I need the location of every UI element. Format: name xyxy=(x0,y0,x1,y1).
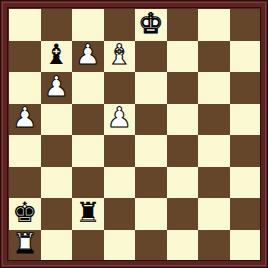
square-e5[interactable] xyxy=(135,104,167,136)
square-f3[interactable] xyxy=(167,167,199,199)
square-e2[interactable] xyxy=(135,198,167,230)
square-b6[interactable]: ♟ xyxy=(41,72,73,104)
square-e3[interactable] xyxy=(135,167,167,199)
square-d3[interactable] xyxy=(104,167,136,199)
square-g5[interactable] xyxy=(198,104,230,136)
square-c7[interactable]: ♟ xyxy=(72,41,104,73)
square-h1[interactable] xyxy=(230,230,262,262)
square-b7[interactable]: ♝ xyxy=(41,41,73,73)
square-d1[interactable] xyxy=(104,230,136,262)
square-c5[interactable] xyxy=(72,104,104,136)
square-b1[interactable] xyxy=(41,230,73,262)
square-b2[interactable] xyxy=(41,198,73,230)
piece-white-pawn: ♟ xyxy=(75,41,100,69)
square-e6[interactable] xyxy=(135,72,167,104)
square-a3[interactable] xyxy=(9,167,41,199)
square-d7[interactable]: ♝ xyxy=(104,41,136,73)
square-c1[interactable] xyxy=(72,230,104,262)
square-b5[interactable] xyxy=(41,104,73,136)
square-a5[interactable]: ♟ xyxy=(9,104,41,136)
square-b3[interactable] xyxy=(41,167,73,199)
square-g6[interactable] xyxy=(198,72,230,104)
piece-white-pawn: ♟ xyxy=(44,73,69,101)
square-f8[interactable] xyxy=(167,9,199,41)
square-a7[interactable] xyxy=(9,41,41,73)
square-d4[interactable] xyxy=(104,135,136,167)
square-h4[interactable] xyxy=(230,135,262,167)
piece-white-pawn: ♟ xyxy=(12,104,37,132)
square-e8[interactable]: ♚ xyxy=(135,9,167,41)
square-c2[interactable]: ♜ xyxy=(72,198,104,230)
square-g2[interactable] xyxy=(198,198,230,230)
square-g4[interactable] xyxy=(198,135,230,167)
square-f6[interactable] xyxy=(167,72,199,104)
square-b8[interactable] xyxy=(41,9,73,41)
chess-board: ♚♝♟♝♟♟♟♚♜♜ xyxy=(9,9,261,261)
square-a2[interactable]: ♚ xyxy=(9,198,41,230)
square-d6[interactable] xyxy=(104,72,136,104)
square-e1[interactable] xyxy=(135,230,167,262)
square-h5[interactable] xyxy=(230,104,262,136)
square-c8[interactable] xyxy=(72,9,104,41)
square-b4[interactable] xyxy=(41,135,73,167)
square-e4[interactable] xyxy=(135,135,167,167)
square-a4[interactable] xyxy=(9,135,41,167)
square-c3[interactable] xyxy=(72,167,104,199)
square-c4[interactable] xyxy=(72,135,104,167)
piece-white-bishop: ♝ xyxy=(107,41,132,69)
square-c6[interactable] xyxy=(72,72,104,104)
square-d8[interactable] xyxy=(104,9,136,41)
square-f4[interactable] xyxy=(167,135,199,167)
square-g7[interactable] xyxy=(198,41,230,73)
square-d2[interactable] xyxy=(104,198,136,230)
piece-black-king: ♚ xyxy=(12,199,37,227)
square-g1[interactable] xyxy=(198,230,230,262)
chess-board-frame: ♚♝♟♝♟♟♟♚♜♜ xyxy=(0,0,268,268)
piece-white-rook: ♜ xyxy=(12,230,37,258)
piece-black-rook: ♜ xyxy=(75,199,100,227)
square-g3[interactable] xyxy=(198,167,230,199)
square-f5[interactable] xyxy=(167,104,199,136)
square-h3[interactable] xyxy=(230,167,262,199)
square-h2[interactable] xyxy=(230,198,262,230)
square-e7[interactable] xyxy=(135,41,167,73)
square-f2[interactable] xyxy=(167,198,199,230)
piece-white-king: ♚ xyxy=(138,10,163,38)
square-h6[interactable] xyxy=(230,72,262,104)
piece-black-bishop: ♝ xyxy=(44,41,69,69)
square-h8[interactable] xyxy=(230,9,262,41)
square-g8[interactable] xyxy=(198,9,230,41)
piece-white-pawn: ♟ xyxy=(107,104,132,132)
square-f7[interactable] xyxy=(167,41,199,73)
square-d5[interactable]: ♟ xyxy=(104,104,136,136)
square-a8[interactable] xyxy=(9,9,41,41)
square-a6[interactable] xyxy=(9,72,41,104)
square-h7[interactable] xyxy=(230,41,262,73)
square-a1[interactable]: ♜ xyxy=(9,230,41,262)
square-f1[interactable] xyxy=(167,230,199,262)
